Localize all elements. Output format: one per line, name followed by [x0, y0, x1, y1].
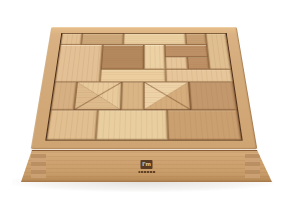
puzzle-piece-H[interactable] — [165, 57, 187, 69]
puzzle-piece-C[interactable] — [123, 33, 186, 44]
puzzle-piece-B[interactable] — [81, 33, 123, 44]
puzzle-piece-N[interactable] — [95, 110, 168, 140]
brand-logo: I'm — [138, 160, 155, 173]
brand-logo-subtext — [138, 171, 155, 173]
puzzle-board — [31, 27, 258, 149]
puzzle-piece-O[interactable] — [167, 110, 241, 140]
puzzle-piece-K[interactable] — [189, 82, 238, 110]
puzzle-piece-S2[interactable] — [121, 82, 144, 110]
puzzle-piece-F[interactable] — [100, 45, 144, 69]
puzzle-piece-E[interactable] — [55, 45, 102, 82]
puzzle-piece-L2[interactable] — [51, 82, 77, 110]
piece-layer — [46, 33, 241, 139]
product-photo-wooden-puzzle: I'm — [0, 0, 281, 200]
puzzle-piece-Z[interactable] — [187, 57, 210, 69]
finger-joint-right — [245, 154, 260, 178]
puzzle-piece-M[interactable] — [46, 110, 97, 140]
tray-front-face: I'm — [20, 148, 273, 184]
puzzle-piece-S1[interactable] — [144, 45, 166, 69]
puzzle-piece-T[interactable] — [100, 69, 167, 82]
puzzle-piece-A[interactable] — [60, 33, 82, 44]
puzzle-piece-Z[interactable] — [165, 45, 208, 57]
finger-joint-left — [31, 154, 46, 178]
puzzle-piece-H[interactable] — [166, 69, 233, 82]
puzzle-piece-D[interactable] — [185, 33, 207, 44]
brand-logo-mark: I'm — [141, 160, 153, 169]
